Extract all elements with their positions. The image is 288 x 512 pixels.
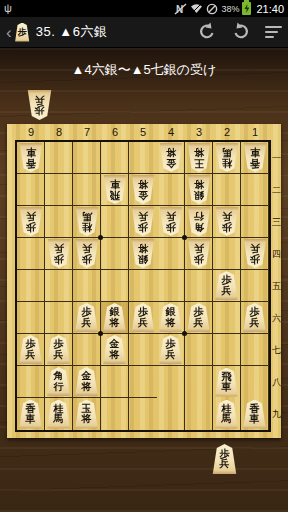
square-3五[interactable]	[185, 270, 213, 302]
star-point	[182, 331, 187, 336]
square-9一[interactable]: 香車	[17, 142, 45, 174]
file-label-5: 5	[129, 124, 157, 140]
square-7四[interactable]: 歩兵	[73, 238, 101, 270]
app-screen: ψ N 38% 21:40 ‹ 歩 35. ▲6六銀	[0, 0, 288, 512]
battery-icon	[242, 2, 251, 15]
gote-piece-桂馬: 桂馬	[75, 207, 99, 236]
gote-piece-香車: 香車	[19, 143, 43, 172]
square-4九[interactable]	[157, 398, 185, 430]
square-7二[interactable]	[73, 174, 101, 206]
square-7六[interactable]: 歩兵	[73, 302, 101, 334]
square-7七[interactable]	[73, 334, 101, 366]
star-point	[98, 331, 103, 336]
do-not-disturb-icon	[206, 3, 218, 15]
gote-piece-飛車: 飛車	[103, 175, 127, 204]
gote-piece-香車: 香車	[243, 143, 267, 172]
rank-label-二: 二	[272, 174, 281, 206]
square-9六[interactable]	[17, 302, 45, 334]
star-point	[98, 235, 103, 240]
square-6二[interactable]: 飛車	[101, 174, 129, 206]
square-9五[interactable]	[17, 270, 45, 302]
square-4七[interactable]: 歩兵	[157, 334, 185, 366]
gote-piece-歩兵: 歩兵	[243, 239, 267, 268]
square-8九[interactable]: 桂馬	[45, 398, 73, 430]
sente-piece-桂馬: 桂馬	[215, 400, 239, 429]
wifi-icon	[190, 3, 203, 14]
square-2三[interactable]: 歩兵	[213, 206, 241, 238]
square-8八[interactable]: 角行	[45, 366, 73, 398]
rank-label-九: 九	[272, 398, 281, 430]
gote-piece-歩兵: 歩兵	[75, 239, 99, 268]
square-2二[interactable]	[213, 174, 241, 206]
square-3九[interactable]	[185, 398, 213, 430]
square-7一[interactable]	[73, 142, 101, 174]
square-7八[interactable]: 金将	[73, 366, 101, 398]
back-chevron-icon[interactable]: ‹	[6, 17, 12, 48]
square-8六[interactable]	[45, 302, 73, 334]
gote-piece-角行: 角行	[187, 207, 211, 236]
gote-piece-王将: 王将	[187, 143, 211, 172]
sente-piece-銀将: 銀将	[159, 303, 183, 332]
square-9七[interactable]: 歩兵	[17, 334, 45, 366]
square-2九[interactable]: 桂馬	[213, 398, 241, 430]
battery-percent: 38%	[221, 4, 239, 14]
gote-piece-歩兵: 歩兵	[215, 207, 239, 236]
square-4五[interactable]	[157, 270, 185, 302]
square-8三[interactable]	[45, 206, 73, 238]
sente-piece-歩兵: 歩兵	[215, 271, 239, 300]
square-3八[interactable]	[185, 366, 213, 398]
square-9二[interactable]	[17, 174, 45, 206]
menu-icon[interactable]	[265, 26, 282, 38]
square-2七[interactable]	[213, 334, 241, 366]
square-5九[interactable]	[129, 398, 157, 430]
square-3四[interactable]: 歩兵	[185, 238, 213, 270]
square-9三[interactable]: 歩兵	[17, 206, 45, 238]
sente-piece-香車: 香車	[243, 400, 267, 429]
gote-piece-歩兵: 歩兵	[19, 207, 43, 236]
gote-piece-銀将: 銀将	[187, 175, 211, 204]
square-7三[interactable]: 桂馬	[73, 206, 101, 238]
square-9八[interactable]	[17, 366, 45, 398]
rank-label-三: 三	[272, 206, 281, 238]
board-grid: 香車金将王将桂馬香車飛車金将銀将歩兵桂馬歩兵歩兵角行歩兵歩兵歩兵銀将歩兵歩兵歩兵…	[15, 140, 271, 432]
status-bar: ψ N 38% 21:40	[0, 0, 288, 17]
clock: 21:40	[256, 3, 284, 15]
sente-piece-歩兵: 歩兵	[187, 303, 211, 332]
square-1八[interactable]	[241, 366, 269, 398]
sente-piece-香車: 香車	[19, 400, 43, 429]
sente-piece-歩兵: 歩兵	[243, 303, 267, 332]
square-5八[interactable]	[129, 366, 157, 398]
square-5六[interactable]: 歩兵	[129, 302, 157, 334]
square-6一[interactable]	[101, 142, 129, 174]
square-5七[interactable]	[129, 334, 157, 366]
gote-piece-金将: 金将	[159, 143, 183, 172]
square-6四[interactable]	[101, 238, 129, 270]
rank-label-五: 五	[272, 270, 281, 302]
rank-label-四: 四	[272, 238, 281, 270]
rank-label-八: 八	[272, 366, 281, 398]
file-labels: 987654321	[17, 124, 269, 140]
square-6五[interactable]	[101, 270, 129, 302]
square-4四[interactable]	[157, 238, 185, 270]
usb-icon: ψ	[4, 0, 12, 17]
square-3二[interactable]: 銀将	[185, 174, 213, 206]
sente-piece-銀将: 銀将	[103, 303, 127, 332]
shogi-board: 987654321 一二三四五六七八九 香車金将王将桂馬香車飛車金将銀将歩兵桂馬…	[7, 124, 281, 438]
square-6八[interactable]	[101, 366, 129, 398]
square-5四[interactable]: 銀将	[129, 238, 157, 270]
file-label-7: 7	[73, 124, 101, 140]
move-title: 35. ▲6六銀	[36, 23, 108, 41]
undo-icon[interactable]	[197, 22, 217, 42]
square-1二[interactable]	[241, 174, 269, 206]
sente-piece-歩兵: 歩兵	[47, 335, 71, 364]
square-4二[interactable]	[157, 174, 185, 206]
gote-hand[interactable]: 歩兵	[27, 90, 52, 120]
rotate-icon[interactable]	[231, 22, 251, 42]
square-3七[interactable]	[185, 334, 213, 366]
square-4八[interactable]	[157, 366, 185, 398]
square-3三[interactable]: 角行	[185, 206, 213, 238]
sente-piece-金将: 金将	[75, 367, 99, 396]
rank-label-一: 一	[272, 142, 281, 174]
square-9四[interactable]	[17, 238, 45, 270]
square-5一[interactable]	[129, 142, 157, 174]
sente-piece-角行: 角行	[47, 367, 71, 396]
rank-label-六: 六	[272, 302, 281, 334]
square-2四[interactable]	[213, 238, 241, 270]
gote-piece-桂馬: 桂馬	[215, 143, 239, 172]
sente-piece-金将: 金将	[103, 335, 127, 364]
square-1六[interactable]: 歩兵	[241, 302, 269, 334]
square-4三[interactable]: 歩兵	[157, 206, 185, 238]
sente-piece-飛車: 飛車	[215, 368, 239, 397]
square-9九[interactable]: 香車	[17, 398, 45, 430]
rank-label-七: 七	[272, 334, 281, 366]
sente-hand-pawn: 歩兵	[212, 444, 237, 474]
square-1九[interactable]: 香車	[241, 398, 269, 430]
square-1五[interactable]	[241, 270, 269, 302]
square-3六[interactable]: 歩兵	[185, 302, 213, 334]
file-label-6: 6	[101, 124, 129, 140]
square-4一[interactable]: 金将	[157, 142, 185, 174]
gote-piece-歩兵: 歩兵	[159, 207, 183, 236]
sente-piece-歩兵: 歩兵	[131, 303, 155, 332]
square-8四[interactable]: 歩兵	[45, 238, 73, 270]
no-signal-icon: N	[174, 3, 187, 15]
file-label-4: 4	[157, 124, 185, 140]
gote-piece-歩兵: 歩兵	[187, 239, 211, 268]
square-6六[interactable]: 銀将	[101, 302, 129, 334]
square-8二[interactable]	[45, 174, 73, 206]
gote-hand-pawn: 歩兵	[27, 90, 52, 120]
square-2五[interactable]: 歩兵	[213, 270, 241, 302]
gote-piece-歩兵: 歩兵	[131, 207, 155, 236]
square-6三[interactable]	[101, 206, 129, 238]
file-label-3: 3	[185, 124, 213, 140]
square-1七[interactable]	[241, 334, 269, 366]
sente-piece-桂馬: 桂馬	[47, 400, 71, 429]
square-5五[interactable]	[129, 270, 157, 302]
gote-piece-歩兵: 歩兵	[47, 239, 71, 268]
square-5三[interactable]: 歩兵	[129, 206, 157, 238]
file-label-1: 1	[241, 124, 269, 140]
square-4六[interactable]: 銀将	[157, 302, 185, 334]
square-1四[interactable]: 歩兵	[241, 238, 269, 270]
app-icon: 歩	[15, 23, 30, 42]
square-7五[interactable]	[73, 270, 101, 302]
sente-hand[interactable]: 歩兵	[212, 444, 237, 474]
square-8一[interactable]	[45, 142, 73, 174]
square-3一[interactable]: 王将	[185, 142, 213, 174]
toolbar: ‹ 歩 35. ▲6六銀	[0, 17, 288, 48]
square-2八[interactable]: 飛車	[213, 366, 241, 398]
square-5二[interactable]: 金将	[129, 174, 157, 206]
square-8五[interactable]	[45, 270, 73, 302]
sente-piece-歩兵: 歩兵	[19, 335, 43, 364]
sente-piece-歩兵: 歩兵	[159, 335, 183, 364]
rank-labels: 一二三四五六七八九	[272, 142, 281, 430]
table-background: ▲4六銀〜▲5七銀の受け 歩兵 987654321 一二三四五六七八九 香車金将…	[0, 48, 288, 512]
file-label-9: 9	[17, 124, 45, 140]
square-7九[interactable]: 玉将	[73, 398, 101, 430]
square-8七[interactable]: 歩兵	[45, 334, 73, 366]
gote-piece-銀将: 銀将	[131, 239, 155, 268]
square-2一[interactable]: 桂馬	[213, 142, 241, 174]
square-6七[interactable]: 金将	[101, 334, 129, 366]
square-1三[interactable]	[241, 206, 269, 238]
star-point	[182, 235, 187, 240]
file-label-2: 2	[213, 124, 241, 140]
sente-piece-玉将: 玉将	[75, 400, 99, 429]
file-label-8: 8	[45, 124, 73, 140]
square-1一[interactable]: 香車	[241, 142, 269, 174]
square-2六[interactable]	[213, 302, 241, 334]
square-6九[interactable]	[101, 398, 129, 430]
gote-piece-金将: 金将	[131, 175, 155, 204]
sente-piece-歩兵: 歩兵	[75, 303, 99, 332]
lesson-subtitle: ▲4六銀〜▲5七銀の受け	[0, 61, 288, 79]
